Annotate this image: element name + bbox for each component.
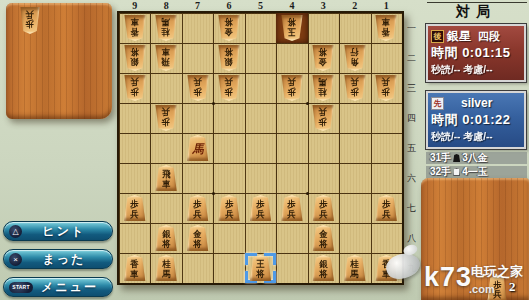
piece-金将-38[interactable]: 金将 [312,225,334,251]
shogi-board[interactable]: 香車桂馬金将玉将香車銀将飛車銀将金将角行歩兵歩兵歩兵歩兵桂馬歩兵歩兵歩兵歩兵馬飛… [117,11,404,285]
file-label-7: 7 [182,0,213,11]
file-labels: 987654321 [119,0,402,11]
watermark-domain: .com [469,283,495,295]
gote-player-box: 後 銀星 四段 時間 0:01:15 秒読/-- 考慮/-- [426,24,526,82]
undo-button[interactable]: × まった [3,249,113,269]
menu-button[interactable]: START メニュー [3,277,113,297]
piece-金将-32[interactable]: 金将 [312,45,334,71]
action-buttons: △ ヒント × まった START メニュー [3,221,113,300]
sente-player-box: 先 silver 時間 0:01:22 秒読/-- 考慮/-- [426,91,526,149]
star-point [306,102,309,105]
file-label-8: 8 [150,0,181,11]
piece-香車-99[interactable]: 香車 [124,255,146,281]
piece-歩兵-73[interactable]: 歩兵 [187,75,209,101]
piece-歩兵-77[interactable]: 歩兵 [187,195,209,221]
wood-grain [6,3,112,119]
star-point [306,192,309,195]
watermark-brand: k73 [424,262,472,293]
sente-move-mark [453,154,460,162]
sente-name: silver [461,96,492,110]
file-label-4: 4 [276,0,307,11]
piece-飛車-86[interactable]: 飛車 [155,165,177,191]
start-key-icon: START [9,282,33,293]
piece-歩兵-43[interactable]: 歩兵 [281,75,303,101]
piece-歩兵-17[interactable]: 歩兵 [375,195,397,221]
rank-label-1: 一 [404,13,419,43]
move-row-31: 31手3八金 [426,152,527,164]
file-label-3: 3 [308,0,339,11]
shogi-game-screen: 歩兵 987654321 一二三四五六七八九 香車桂馬金将玉将香車銀将飛車銀将金… [0,0,529,300]
rank-label-3: 三 [404,73,419,103]
piece-銀将-62[interactable]: 銀将 [218,45,240,71]
piece-金将-61[interactable]: 金将 [218,15,240,41]
piece-香車-91[interactable]: 香車 [124,15,146,41]
piece-桂馬-33[interactable]: 桂馬 [312,75,334,101]
panel-title: 対局 [425,3,527,21]
undo-button-label: まった [22,251,112,268]
piece-歩兵-63[interactable]: 歩兵 [218,75,240,101]
file-label-6: 6 [213,0,244,11]
star-point [212,102,215,105]
rank-label-6: 六 [404,163,419,193]
sente-badge: 先 [431,97,444,110]
gote-byoyomi: 秒読/-- 考慮/-- [431,63,521,77]
piece-馬-75[interactable]: 馬 [187,135,209,161]
piece-歩兵-84[interactable]: 歩兵 [155,105,177,131]
piece-飛車-82[interactable]: 飛車 [155,45,177,71]
rank-label-5: 五 [404,133,419,163]
hint-button-label: ヒント [22,223,112,240]
piece-歩兵-67[interactable]: 歩兵 [218,195,240,221]
piece-歩兵-37[interactable]: 歩兵 [312,195,334,221]
file-label-1: 1 [371,0,402,11]
piece-歩兵-93[interactable]: 歩兵 [124,75,146,101]
gote-move-mark [453,168,460,176]
gote-komadai[interactable]: 歩兵 [6,3,112,119]
piece-銀将-88[interactable]: 銀将 [155,225,177,251]
piece-歩兵-34[interactable]: 歩兵 [312,105,334,131]
sente-hand-count: 2 [509,279,516,295]
hint-button[interactable]: △ ヒント [3,221,113,241]
star-point [212,192,215,195]
piece-桂馬-29[interactable]: 桂馬 [344,255,366,281]
piece-銀将-92[interactable]: 銀将 [124,45,146,71]
rank-label-4: 四 [404,103,419,133]
piece-角行-22[interactable]: 角行 [344,45,366,71]
cross-key-icon: × [9,253,22,266]
piece-桂馬-81[interactable]: 桂馬 [155,15,177,41]
file-label-2: 2 [339,0,370,11]
piece-銀将-39[interactable]: 銀将 [312,255,334,281]
watermark-site-name: 电玩之家 [471,263,523,281]
triangle-key-icon: △ [9,225,22,238]
piece-歩兵-13[interactable]: 歩兵 [375,75,397,101]
piece-金将-78[interactable]: 金将 [187,225,209,251]
file-label-9: 9 [119,0,150,11]
gote-name: 銀星 [447,28,471,45]
gote-badge: 後 [431,30,444,43]
piece-歩兵-23[interactable]: 歩兵 [344,75,366,101]
rank-labels: 一二三四五六七八九 [404,13,419,283]
gote-time: 時間 0:01:15 [431,44,521,63]
rank-label-2: 二 [404,43,419,73]
piece-桂馬-89[interactable]: 桂馬 [155,255,177,281]
move-row-32: 32手4一玉 [426,166,527,178]
move-list: 31手3八金 32手4一玉 [426,152,527,180]
gote-rank: 四段 [478,29,500,44]
rank-label-7: 七 [404,193,419,223]
sente-byoyomi: 秒読/-- 考慮/-- [431,130,521,144]
menu-button-label: メニュー [33,279,112,296]
piece-歩兵-47[interactable]: 歩兵 [281,195,303,221]
file-label-5: 5 [245,0,276,11]
sente-time: 時間 0:01:22 [431,111,521,130]
piece-香車-11[interactable]: 香車 [375,15,397,41]
piece-歩兵-97[interactable]: 歩兵 [124,195,146,221]
piece-歩兵-57[interactable]: 歩兵 [250,195,272,221]
